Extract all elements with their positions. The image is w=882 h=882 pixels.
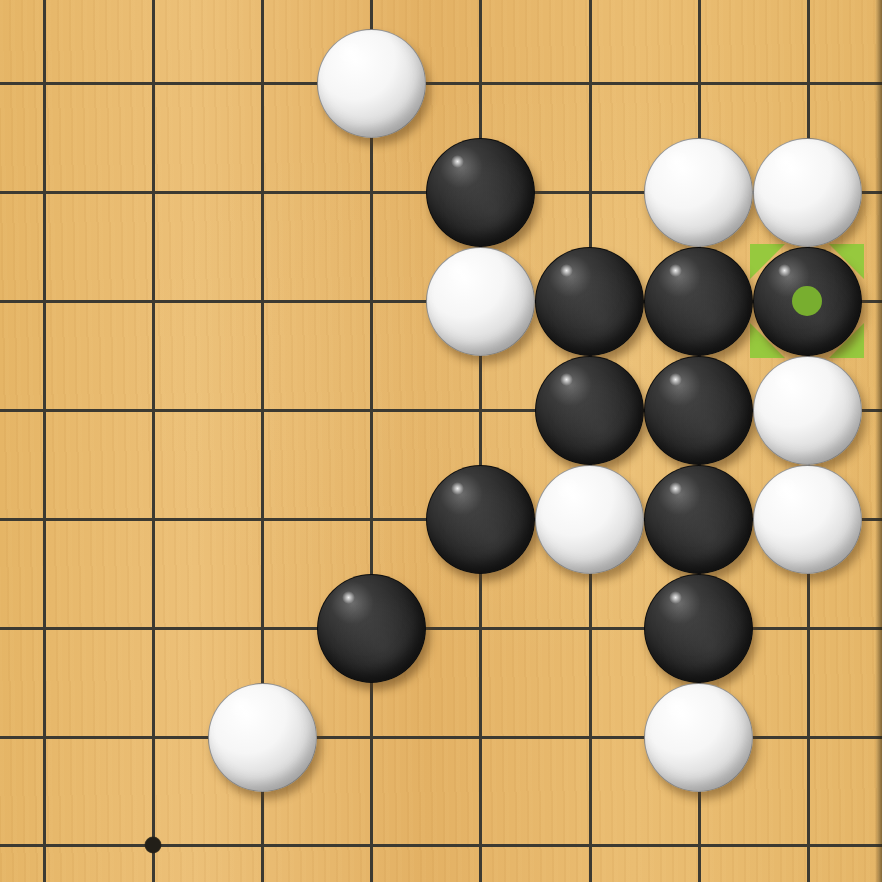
- empty-intersection[interactable]: [0, 247, 99, 356]
- empty-intersection[interactable]: [208, 792, 317, 882]
- empty-intersection[interactable]: [426, 574, 535, 683]
- intersection: [535, 356, 644, 465]
- intersection: [317, 574, 426, 683]
- empty-intersection[interactable]: [99, 356, 208, 465]
- empty-intersection[interactable]: [0, 138, 99, 247]
- empty-intersection[interactable]: [317, 138, 426, 247]
- empty-intersection[interactable]: [208, 465, 317, 574]
- empty-intersection[interactable]: [426, 29, 535, 138]
- empty-intersection[interactable]: [535, 138, 644, 247]
- black-stone: [535, 356, 644, 465]
- empty-intersection[interactable]: [644, 29, 753, 138]
- intersection: [753, 138, 862, 247]
- empty-intersection[interactable]: [535, 574, 644, 683]
- black-stone: [644, 356, 753, 465]
- empty-intersection[interactable]: [0, 683, 99, 792]
- empty-intersection[interactable]: [426, 792, 535, 882]
- intersection: [753, 465, 862, 574]
- white-stone: [535, 465, 644, 574]
- intersection: [426, 247, 535, 356]
- empty-intersection[interactable]: [317, 465, 426, 574]
- white-stone: [753, 356, 862, 465]
- white-stone: [753, 138, 862, 247]
- empty-intersection[interactable]: [317, 247, 426, 356]
- empty-intersection[interactable]: [753, 574, 862, 683]
- intersection: [644, 574, 753, 683]
- intersection: [208, 683, 317, 792]
- empty-intersection[interactable]: [99, 138, 208, 247]
- empty-intersection[interactable]: [0, 356, 99, 465]
- empty-intersection[interactable]: [0, 792, 99, 882]
- empty-intersection[interactable]: [99, 683, 208, 792]
- empty-intersection[interactable]: [208, 574, 317, 683]
- empty-intersection[interactable]: [99, 465, 208, 574]
- empty-intersection[interactable]: [0, 465, 99, 574]
- empty-intersection[interactable]: [535, 683, 644, 792]
- intersection: [644, 356, 753, 465]
- intersection: [753, 247, 862, 356]
- empty-intersection[interactable]: [0, 29, 99, 138]
- goban: [0, 0, 882, 882]
- empty-intersection[interactable]: [426, 356, 535, 465]
- white-stone: [317, 29, 426, 138]
- empty-intersection[interactable]: [535, 29, 644, 138]
- black-stone: [644, 247, 753, 356]
- intersection: [426, 465, 535, 574]
- empty-intersection[interactable]: [753, 792, 862, 882]
- white-stone: [426, 247, 535, 356]
- intersection: [644, 138, 753, 247]
- empty-intersection[interactable]: [99, 247, 208, 356]
- last-move-dot: [792, 286, 822, 316]
- intersection: [644, 465, 753, 574]
- empty-intersection[interactable]: [426, 683, 535, 792]
- intersection: [535, 247, 644, 356]
- empty-intersection[interactable]: [208, 356, 317, 465]
- empty-intersection[interactable]: [753, 29, 862, 138]
- white-stone: [644, 138, 753, 247]
- intersection: [644, 247, 753, 356]
- empty-intersection[interactable]: [0, 574, 99, 683]
- intersection: [317, 29, 426, 138]
- white-stone: [644, 683, 753, 792]
- intersection: [753, 356, 862, 465]
- empty-intersection[interactable]: [317, 356, 426, 465]
- empty-intersection[interactable]: [99, 792, 208, 882]
- intersection: [535, 465, 644, 574]
- black-stone: [317, 574, 426, 683]
- white-stone: [208, 683, 317, 792]
- empty-intersection[interactable]: [208, 247, 317, 356]
- empty-intersection[interactable]: [208, 138, 317, 247]
- empty-intersection[interactable]: [753, 683, 862, 792]
- black-stone: [535, 247, 644, 356]
- black-stone: [426, 465, 535, 574]
- board-edge-shade: [875, 0, 882, 882]
- empty-intersection[interactable]: [317, 683, 426, 792]
- intersection: [426, 138, 535, 247]
- empty-intersection[interactable]: [644, 792, 753, 882]
- empty-intersection[interactable]: [535, 792, 644, 882]
- black-stone: [644, 465, 753, 574]
- empty-intersection[interactable]: [99, 574, 208, 683]
- empty-intersection[interactable]: [208, 29, 317, 138]
- empty-intersection[interactable]: [99, 29, 208, 138]
- empty-intersection[interactable]: [317, 792, 426, 882]
- intersection: [644, 683, 753, 792]
- stones-layer: [0, 29, 862, 882]
- black-stone: [426, 138, 535, 247]
- black-stone: [644, 574, 753, 683]
- white-stone: [753, 465, 862, 574]
